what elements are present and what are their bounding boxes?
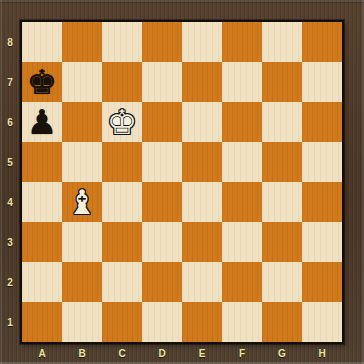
square-e5[interactable] [182,142,222,182]
piece-black-pawn[interactable]: ♟ [22,102,62,142]
square-a2[interactable] [22,262,62,302]
square-d1[interactable] [142,302,182,342]
rank-label-2: 2 [0,262,20,302]
rank-label-3: 3 [0,222,20,262]
square-h2[interactable] [302,262,342,302]
rank-label-7: 7 [0,62,20,102]
square-g1[interactable] [262,302,302,342]
square-e7[interactable] [182,62,222,102]
square-c1[interactable] [102,302,142,342]
square-b7[interactable] [62,62,102,102]
square-h6[interactable] [302,102,342,142]
square-b4[interactable]: ♝ [62,182,102,222]
square-f1[interactable] [222,302,262,342]
square-a4[interactable] [22,182,62,222]
square-g7[interactable] [262,62,302,102]
file-label-h: H [302,342,342,364]
square-e3[interactable] [182,222,222,262]
square-d7[interactable] [142,62,182,102]
file-label-f: F [222,342,262,364]
square-e8[interactable] [182,22,222,62]
square-b6[interactable] [62,102,102,142]
square-h5[interactable] [302,142,342,182]
piece-white-bishop[interactable]: ♝ [62,182,102,222]
file-labels: ABCDEFGH [22,342,342,364]
square-d2[interactable] [142,262,182,302]
square-f8[interactable] [222,22,262,62]
chess-board-frame: 87654321 ♚♟♚♝ ABCDEFGH [0,0,364,364]
square-h7[interactable] [302,62,342,102]
square-h4[interactable] [302,182,342,222]
square-e6[interactable] [182,102,222,142]
square-c6[interactable]: ♚ [102,102,142,142]
square-g8[interactable] [262,22,302,62]
file-label-b: B [62,342,102,364]
square-h8[interactable] [302,22,342,62]
square-g3[interactable] [262,222,302,262]
square-b2[interactable] [62,262,102,302]
rank-label-6: 6 [0,102,20,142]
square-g4[interactable] [262,182,302,222]
piece-white-king[interactable]: ♚ [102,102,142,142]
square-f6[interactable] [222,102,262,142]
square-f5[interactable] [222,142,262,182]
rank-label-5: 5 [0,142,20,182]
square-h3[interactable] [302,222,342,262]
square-a3[interactable] [22,222,62,262]
file-label-d: D [142,342,182,364]
square-c3[interactable] [102,222,142,262]
square-f7[interactable] [222,62,262,102]
square-b1[interactable] [62,302,102,342]
square-b8[interactable] [62,22,102,62]
square-c4[interactable] [102,182,142,222]
square-a7[interactable]: ♚ [22,62,62,102]
square-g5[interactable] [262,142,302,182]
square-d6[interactable] [142,102,182,142]
file-label-a: A [22,342,62,364]
piece-black-king[interactable]: ♚ [22,62,62,102]
square-a8[interactable] [22,22,62,62]
square-g6[interactable] [262,102,302,142]
file-label-e: E [182,342,222,364]
square-d8[interactable] [142,22,182,62]
square-a5[interactable] [22,142,62,182]
square-b3[interactable] [62,222,102,262]
file-label-c: C [102,342,142,364]
square-d5[interactable] [142,142,182,182]
square-c8[interactable] [102,22,142,62]
file-label-g: G [262,342,302,364]
square-e2[interactable] [182,262,222,302]
rank-label-1: 1 [0,302,20,342]
square-a1[interactable] [22,302,62,342]
square-a6[interactable]: ♟ [22,102,62,142]
square-g2[interactable] [262,262,302,302]
square-f3[interactable] [222,222,262,262]
square-d3[interactable] [142,222,182,262]
square-d4[interactable] [142,182,182,222]
square-c2[interactable] [102,262,142,302]
rank-label-8: 8 [0,22,20,62]
square-c5[interactable] [102,142,142,182]
square-f4[interactable] [222,182,262,222]
square-f2[interactable] [222,262,262,302]
square-e1[interactable] [182,302,222,342]
chess-board[interactable]: ♚♟♚♝ [20,20,344,344]
rank-label-4: 4 [0,182,20,222]
square-c7[interactable] [102,62,142,102]
square-b5[interactable] [62,142,102,182]
square-e4[interactable] [182,182,222,222]
square-h1[interactable] [302,302,342,342]
rank-labels: 87654321 [0,22,20,342]
